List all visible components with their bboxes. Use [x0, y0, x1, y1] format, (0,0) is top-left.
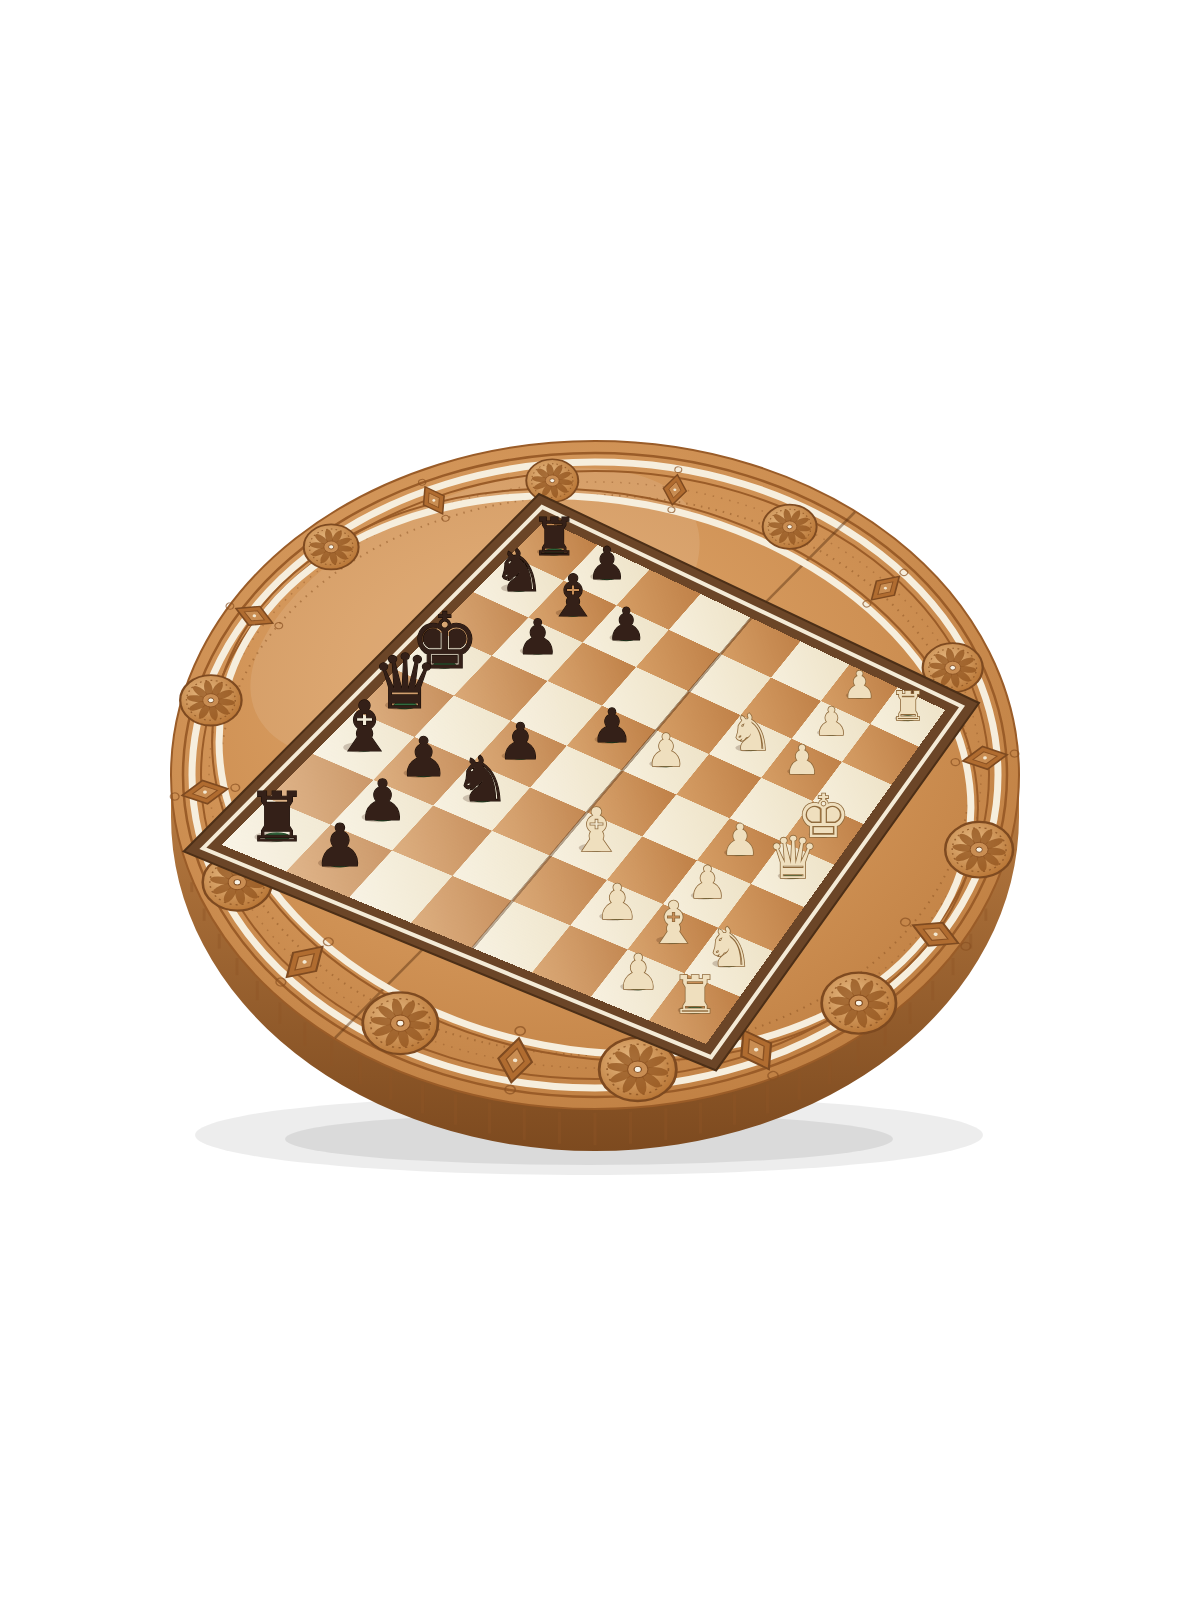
svg-text:♞: ♞ — [728, 703, 773, 762]
black-pawn-f7[interactable]: ♟ — [516, 609, 559, 665]
white-rook-h1[interactable]: ♜ — [890, 683, 926, 729]
svg-text:♛: ♛ — [767, 824, 819, 892]
svg-text:♟: ♟ — [313, 811, 366, 880]
svg-text:♜: ♜ — [247, 778, 308, 857]
black-bishop-c8[interactable]: ♝ — [333, 686, 396, 768]
svg-text:♝: ♝ — [333, 686, 396, 768]
svg-text:♜: ♜ — [672, 965, 719, 1025]
white-rook-a1[interactable]: ♜ — [672, 965, 719, 1025]
white-bishop-c4[interactable]: ♝ — [570, 795, 624, 865]
svg-text:♟: ♟ — [616, 944, 660, 1000]
svg-text:♟: ♟ — [516, 609, 559, 665]
svg-text:♞: ♞ — [454, 743, 510, 816]
black-pawn-a7[interactable]: ♟ — [313, 811, 366, 880]
chess-pieces-layer: ♜♟♞♝♟♟♚♟♛♜♟♟♝♞♟♟♟♟♞♟♚♜♝♟♟♛♟♟♝♞♟♜ — [0, 0, 1200, 1600]
svg-text:♞: ♞ — [493, 537, 545, 605]
white-pawn-f2[interactable]: ♟ — [784, 737, 820, 784]
black-pawn-e5[interactable]: ♟ — [591, 699, 633, 753]
product-photo: ♜♟♞♝♟♟♚♟♛♜♟♟♝♞♟♟♟♟♞♟♚♜♝♟♟♛♟♟♝♞♟♜ — [0, 0, 1200, 1600]
white-pawn-b3[interactable]: ♟ — [595, 874, 639, 930]
svg-text:♟: ♟ — [591, 699, 633, 753]
black-knight-c6[interactable]: ♞ — [454, 743, 510, 816]
white-pawn-a2[interactable]: ♟ — [616, 944, 660, 1000]
black-rook-a8[interactable]: ♜ — [247, 778, 308, 857]
white-queen-d1[interactable]: ♛ — [767, 824, 819, 892]
svg-text:♟: ♟ — [784, 737, 820, 784]
svg-text:♝: ♝ — [570, 795, 624, 865]
black-knight-g8[interactable]: ♞ — [493, 537, 545, 605]
white-knight-f3[interactable]: ♞ — [728, 703, 773, 762]
black-pawn-g6[interactable]: ♟ — [606, 598, 646, 651]
svg-text:♜: ♜ — [890, 683, 926, 729]
svg-text:♟: ♟ — [646, 724, 686, 777]
svg-text:♟: ♟ — [606, 598, 646, 651]
svg-text:♟: ♟ — [595, 874, 639, 930]
white-pawn-e4[interactable]: ♟ — [646, 724, 686, 777]
